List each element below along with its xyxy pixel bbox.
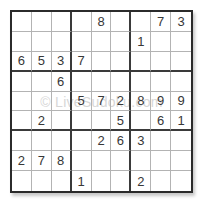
cell-r4c1[interactable]: [12, 72, 32, 92]
cell-r7c6[interactable]: 6: [111, 131, 131, 151]
cell-r5c6[interactable]: 2: [111, 92, 131, 112]
cell-r1c8[interactable]: 7: [151, 12, 171, 32]
cell-r6c7[interactable]: [131, 111, 151, 131]
cell-r6c4[interactable]: [72, 111, 92, 131]
cell-r8c8[interactable]: [151, 151, 171, 171]
cell-r8c3[interactable]: 8: [52, 151, 72, 171]
cell-r5c8[interactable]: 9: [151, 92, 171, 112]
cell-r3c2[interactable]: 5: [32, 52, 52, 72]
cell-r5c1[interactable]: [12, 92, 32, 112]
cell-r4c6[interactable]: [111, 72, 131, 92]
cell-r4c7[interactable]: [131, 72, 151, 92]
sudoku-board: © LiveSudoku.com 87316537657289925612632…: [10, 10, 193, 193]
cell-r9c3[interactable]: [52, 171, 72, 191]
cell-r2c9[interactable]: [171, 32, 191, 52]
cell-r4c2[interactable]: [32, 72, 52, 92]
cell-r7c2[interactable]: [32, 131, 52, 151]
cell-r7c5[interactable]: 2: [92, 131, 112, 151]
cell-r6c2[interactable]: 2: [32, 111, 52, 131]
cell-r2c1[interactable]: [12, 32, 32, 52]
cell-r3c5[interactable]: [92, 52, 112, 72]
cell-r1c5[interactable]: 8: [92, 12, 112, 32]
cell-r6c8[interactable]: 6: [151, 111, 171, 131]
cell-r7c9[interactable]: [171, 131, 191, 151]
cell-r1c7[interactable]: [131, 12, 151, 32]
cell-r3c4[interactable]: 7: [72, 52, 92, 72]
cell-r1c9[interactable]: 3: [171, 12, 191, 32]
cell-r1c2[interactable]: [32, 12, 52, 32]
cell-r1c1[interactable]: [12, 12, 32, 32]
cell-r2c2[interactable]: [32, 32, 52, 52]
cell-r9c9[interactable]: [171, 171, 191, 191]
cell-r2c5[interactable]: [92, 32, 112, 52]
cell-r1c4[interactable]: [72, 12, 92, 32]
cell-r2c6[interactable]: [111, 32, 131, 52]
cell-r4c3[interactable]: 6: [52, 72, 72, 92]
cell-r7c7[interactable]: 3: [131, 131, 151, 151]
cell-r6c9[interactable]: 1: [171, 111, 191, 131]
cell-r2c4[interactable]: [72, 32, 92, 52]
cell-r5c5[interactable]: 7: [92, 92, 112, 112]
cell-r5c9[interactable]: 9: [171, 92, 191, 112]
cell-r8c7[interactable]: [131, 151, 151, 171]
cell-r6c1[interactable]: [12, 111, 32, 131]
cell-r8c2[interactable]: 7: [32, 151, 52, 171]
cell-r5c7[interactable]: 8: [131, 92, 151, 112]
cell-r2c3[interactable]: [52, 32, 72, 52]
cell-r9c7[interactable]: 2: [131, 171, 151, 191]
cell-r6c6[interactable]: 5: [111, 111, 131, 131]
cell-r3c9[interactable]: [171, 52, 191, 72]
cell-r8c6[interactable]: [111, 151, 131, 171]
cell-r1c3[interactable]: [52, 12, 72, 32]
cell-r6c5[interactable]: [92, 111, 112, 131]
cell-r4c4[interactable]: [72, 72, 92, 92]
cell-r8c1[interactable]: 2: [12, 151, 32, 171]
cell-r3c6[interactable]: [111, 52, 131, 72]
cell-r9c4[interactable]: 1: [72, 171, 92, 191]
cell-r7c8[interactable]: [151, 131, 171, 151]
cell-r8c4[interactable]: [72, 151, 92, 171]
cell-r5c3[interactable]: [52, 92, 72, 112]
cell-r7c3[interactable]: [52, 131, 72, 151]
cell-r9c5[interactable]: [92, 171, 112, 191]
cell-r5c4[interactable]: 5: [72, 92, 92, 112]
cell-r1c6[interactable]: [111, 12, 131, 32]
cell-r4c5[interactable]: [92, 72, 112, 92]
cell-r2c8[interactable]: [151, 32, 171, 52]
cell-r9c6[interactable]: [111, 171, 131, 191]
cell-r6c3[interactable]: [52, 111, 72, 131]
cell-r8c5[interactable]: [92, 151, 112, 171]
cell-r8c9[interactable]: [171, 151, 191, 171]
cell-r4c9[interactable]: [171, 72, 191, 92]
cell-r3c3[interactable]: 3: [52, 52, 72, 72]
cell-r3c8[interactable]: [151, 52, 171, 72]
cell-r5c2[interactable]: [32, 92, 52, 112]
cell-r3c1[interactable]: 6: [12, 52, 32, 72]
cell-r4c8[interactable]: [151, 72, 171, 92]
cell-r7c4[interactable]: [72, 131, 92, 151]
cell-r9c1[interactable]: [12, 171, 32, 191]
cell-r3c7[interactable]: [131, 52, 151, 72]
cell-r9c8[interactable]: [151, 171, 171, 191]
cell-r2c7[interactable]: 1: [131, 32, 151, 52]
cell-r7c1[interactable]: [12, 131, 32, 151]
cell-r9c2[interactable]: [32, 171, 52, 191]
